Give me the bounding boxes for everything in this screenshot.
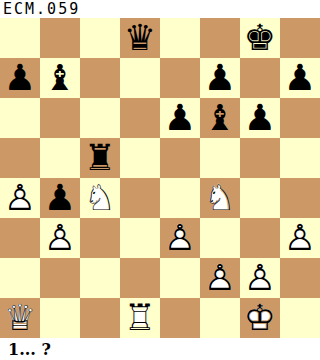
square-a5[interactable] (0, 138, 40, 178)
square-d1[interactable]: ♜♖ (120, 298, 160, 338)
white-queen-icon: ♕ (0, 298, 40, 338)
square-d5[interactable] (120, 138, 160, 178)
square-f3[interactable] (200, 218, 240, 258)
square-h8[interactable] (280, 18, 320, 58)
square-b3[interactable]: ♟♙ (40, 218, 80, 258)
square-e6[interactable]: ♟ (160, 98, 200, 138)
black-pawn-icon: ♟ (280, 58, 320, 98)
white-pawn-icon: ♙ (280, 218, 320, 258)
square-c8[interactable] (80, 18, 120, 58)
square-a7[interactable]: ♟ (0, 58, 40, 98)
black-rook-icon: ♜ (80, 138, 120, 178)
white-knight-icon: ♘ (200, 178, 240, 218)
title-bar: ECM.059 (0, 0, 320, 18)
square-b5[interactable] (40, 138, 80, 178)
square-h4[interactable] (280, 178, 320, 218)
square-c2[interactable] (80, 258, 120, 298)
square-b7[interactable]: ♝ (40, 58, 80, 98)
square-g2[interactable]: ♟♙ (240, 258, 280, 298)
white-king-icon: ♔ (240, 298, 280, 338)
square-h6[interactable] (280, 98, 320, 138)
square-d2[interactable] (120, 258, 160, 298)
black-king-icon: ♚ (240, 18, 280, 58)
square-d8[interactable]: ♛ (120, 18, 160, 58)
chess-board: ♛♚♟♝♟♟♟♝♟♜♟♙♟♞♘♞♘♟♙♟♙♟♙♟♙♟♙♛♕♜♖♚♔ (0, 18, 320, 338)
black-pawn-icon: ♟ (160, 98, 200, 138)
square-g4[interactable] (240, 178, 280, 218)
square-f1[interactable] (200, 298, 240, 338)
white-rook-icon: ♖ (120, 298, 160, 338)
square-g3[interactable] (240, 218, 280, 258)
square-c6[interactable] (80, 98, 120, 138)
square-h3[interactable]: ♟♙ (280, 218, 320, 258)
square-f4[interactable]: ♞♘ (200, 178, 240, 218)
black-pawn-icon: ♟ (0, 58, 40, 98)
move-prompt: 1... ? (8, 340, 51, 359)
square-c7[interactable] (80, 58, 120, 98)
white-pawn-icon: ♙ (40, 218, 80, 258)
square-b2[interactable] (40, 258, 80, 298)
square-a2[interactable] (0, 258, 40, 298)
white-knight-icon: ♘ (80, 178, 120, 218)
square-a3[interactable] (0, 218, 40, 258)
square-a8[interactable] (0, 18, 40, 58)
square-f5[interactable] (200, 138, 240, 178)
square-a1[interactable]: ♛♕ (0, 298, 40, 338)
square-g5[interactable] (240, 138, 280, 178)
white-pawn-icon: ♙ (160, 218, 200, 258)
square-e8[interactable] (160, 18, 200, 58)
square-a4[interactable]: ♟♙ (0, 178, 40, 218)
square-c4[interactable]: ♞♘ (80, 178, 120, 218)
square-e3[interactable]: ♟♙ (160, 218, 200, 258)
square-e7[interactable] (160, 58, 200, 98)
square-d3[interactable] (120, 218, 160, 258)
square-e4[interactable] (160, 178, 200, 218)
black-pawn-icon: ♟ (200, 58, 240, 98)
square-f7[interactable]: ♟ (200, 58, 240, 98)
square-f6[interactable]: ♝ (200, 98, 240, 138)
square-h5[interactable] (280, 138, 320, 178)
square-c5[interactable]: ♜ (80, 138, 120, 178)
square-d7[interactable] (120, 58, 160, 98)
puzzle-id: ECM.059 (3, 0, 80, 18)
black-queen-icon: ♛ (120, 18, 160, 58)
white-pawn-icon: ♙ (200, 258, 240, 298)
square-g7[interactable] (240, 58, 280, 98)
square-c3[interactable] (80, 218, 120, 258)
square-b8[interactable] (40, 18, 80, 58)
white-pawn-icon: ♙ (240, 258, 280, 298)
square-d6[interactable] (120, 98, 160, 138)
square-e1[interactable] (160, 298, 200, 338)
black-pawn-icon: ♟ (40, 178, 80, 218)
square-d4[interactable] (120, 178, 160, 218)
square-b4[interactable]: ♟ (40, 178, 80, 218)
chess-puzzle-app: ECM.059 ♛♚♟♝♟♟♟♝♟♜♟♙♟♞♘♞♘♟♙♟♙♟♙♟♙♟♙♛♕♜♖♚… (0, 0, 320, 360)
square-a6[interactable] (0, 98, 40, 138)
black-bishop-icon: ♝ (40, 58, 80, 98)
square-f8[interactable] (200, 18, 240, 58)
square-c1[interactable] (80, 298, 120, 338)
square-h7[interactable]: ♟ (280, 58, 320, 98)
square-g8[interactable]: ♚ (240, 18, 280, 58)
square-g6[interactable]: ♟ (240, 98, 280, 138)
square-g1[interactable]: ♚♔ (240, 298, 280, 338)
square-b1[interactable] (40, 298, 80, 338)
square-e5[interactable] (160, 138, 200, 178)
black-bishop-icon: ♝ (200, 98, 240, 138)
square-e2[interactable] (160, 258, 200, 298)
move-prompt-bar: 1... ? (0, 338, 320, 360)
white-pawn-icon: ♙ (0, 178, 40, 218)
black-pawn-icon: ♟ (240, 98, 280, 138)
square-b6[interactable] (40, 98, 80, 138)
square-h1[interactable] (280, 298, 320, 338)
square-f2[interactable]: ♟♙ (200, 258, 240, 298)
square-h2[interactable] (280, 258, 320, 298)
